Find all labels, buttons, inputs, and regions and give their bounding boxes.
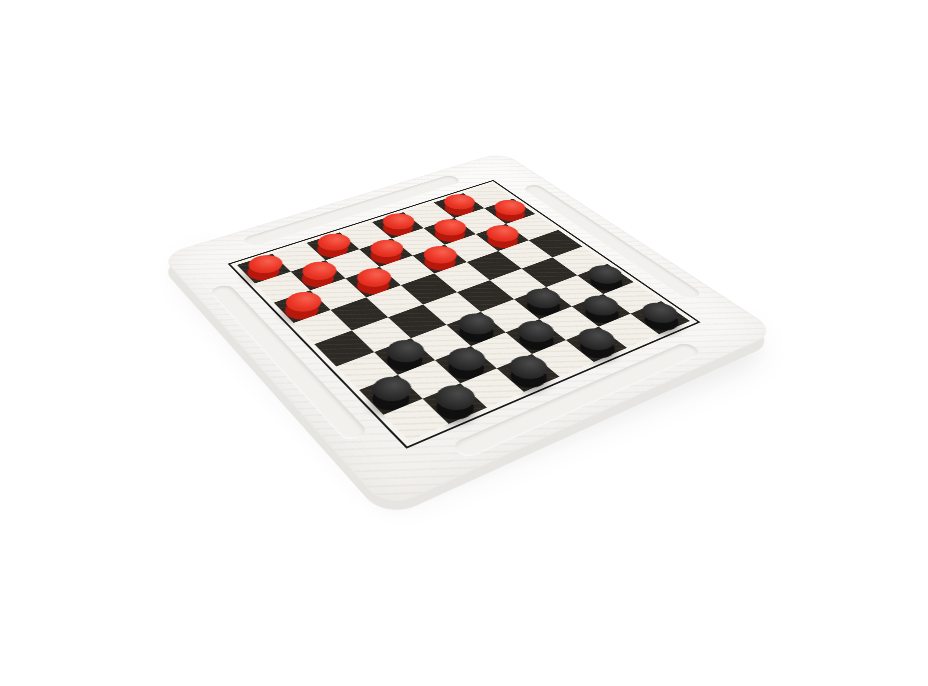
scene: [0, 0, 928, 686]
board-plane: [160, 152, 778, 510]
